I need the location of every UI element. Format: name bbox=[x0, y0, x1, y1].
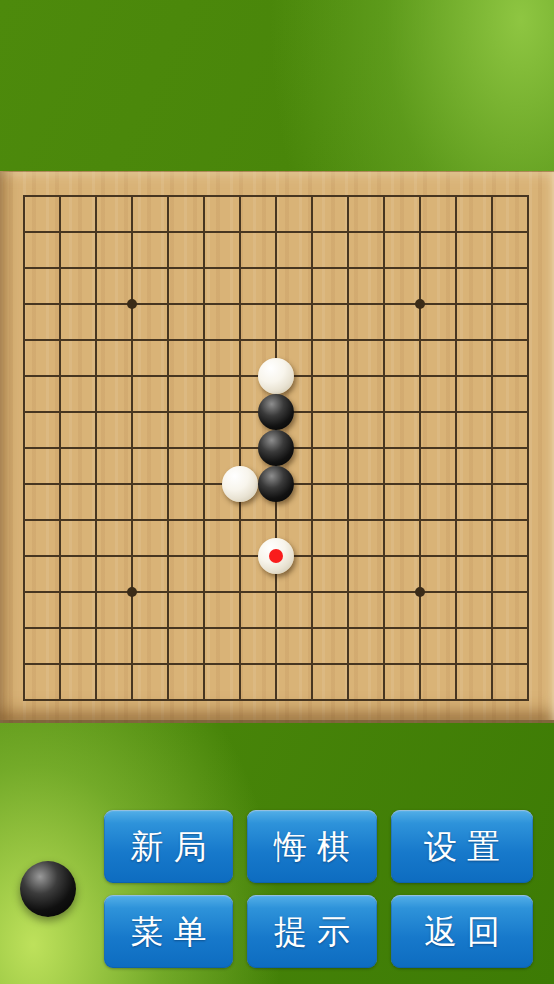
board-cell[interactable] bbox=[114, 430, 150, 466]
board-cell[interactable] bbox=[402, 178, 438, 214]
board-cell[interactable] bbox=[150, 358, 186, 394]
undo-button[interactable]: 悔棋 bbox=[247, 810, 377, 883]
board-cell[interactable] bbox=[438, 682, 474, 718]
board-cell[interactable] bbox=[258, 466, 294, 502]
board-cell[interactable] bbox=[6, 250, 42, 286]
board-cell[interactable] bbox=[186, 574, 222, 610]
board-cell[interactable] bbox=[6, 502, 42, 538]
board-cell[interactable] bbox=[42, 214, 78, 250]
hint-button[interactable]: 提示 bbox=[247, 895, 377, 968]
board-cell[interactable] bbox=[330, 178, 366, 214]
board-cell[interactable] bbox=[366, 502, 402, 538]
board-cell[interactable] bbox=[294, 358, 330, 394]
board-cell[interactable] bbox=[402, 358, 438, 394]
board-cell[interactable] bbox=[150, 394, 186, 430]
board-cell[interactable] bbox=[402, 610, 438, 646]
board-cell[interactable] bbox=[330, 538, 366, 574]
board-cell[interactable] bbox=[474, 358, 510, 394]
board-cell[interactable] bbox=[258, 610, 294, 646]
board-cell[interactable] bbox=[474, 502, 510, 538]
board-cell[interactable] bbox=[366, 646, 402, 682]
board-cell[interactable] bbox=[330, 502, 366, 538]
board-cell[interactable] bbox=[42, 358, 78, 394]
board-cell[interactable] bbox=[294, 250, 330, 286]
board-cell[interactable] bbox=[222, 466, 258, 502]
board-cell[interactable] bbox=[438, 286, 474, 322]
board-cell[interactable] bbox=[510, 178, 546, 214]
board-cell[interactable] bbox=[438, 394, 474, 430]
board-cell[interactable] bbox=[330, 682, 366, 718]
board-cell[interactable] bbox=[150, 430, 186, 466]
board-cell[interactable] bbox=[402, 430, 438, 466]
board-cell[interactable] bbox=[438, 574, 474, 610]
board-cell[interactable] bbox=[294, 430, 330, 466]
board-cell[interactable] bbox=[474, 466, 510, 502]
back-button[interactable]: 返回 bbox=[391, 895, 533, 968]
board-cell[interactable] bbox=[222, 394, 258, 430]
board-cell[interactable] bbox=[78, 682, 114, 718]
board-cell[interactable] bbox=[402, 466, 438, 502]
board-cell[interactable] bbox=[366, 322, 402, 358]
board-cell[interactable] bbox=[42, 322, 78, 358]
white-stone bbox=[258, 538, 294, 574]
board-cell[interactable] bbox=[42, 646, 78, 682]
board-cell[interactable] bbox=[438, 610, 474, 646]
board-cell[interactable] bbox=[438, 646, 474, 682]
board-cell[interactable] bbox=[474, 250, 510, 286]
board-cell[interactable] bbox=[150, 466, 186, 502]
board-cell[interactable] bbox=[258, 538, 294, 574]
board-cell[interactable] bbox=[474, 322, 510, 358]
board-cell[interactable] bbox=[366, 358, 402, 394]
board-cell[interactable] bbox=[222, 610, 258, 646]
board-cell[interactable] bbox=[510, 322, 546, 358]
board-cell[interactable] bbox=[330, 466, 366, 502]
board-cell[interactable] bbox=[78, 250, 114, 286]
board-cell[interactable] bbox=[402, 646, 438, 682]
board-cell[interactable] bbox=[114, 286, 150, 322]
board-cell[interactable] bbox=[78, 358, 114, 394]
board-cell[interactable] bbox=[258, 322, 294, 358]
board-cell[interactable] bbox=[186, 178, 222, 214]
board-cell[interactable] bbox=[402, 250, 438, 286]
board-cell[interactable] bbox=[330, 646, 366, 682]
board-cell[interactable] bbox=[222, 250, 258, 286]
board-cell[interactable] bbox=[150, 178, 186, 214]
board-cell[interactable] bbox=[78, 538, 114, 574]
board-cell[interactable] bbox=[510, 574, 546, 610]
board-cell[interactable] bbox=[186, 214, 222, 250]
board-cell[interactable] bbox=[294, 646, 330, 682]
board-cell[interactable] bbox=[222, 430, 258, 466]
board-cell[interactable] bbox=[78, 286, 114, 322]
board-cell[interactable] bbox=[150, 538, 186, 574]
board-grid[interactable] bbox=[6, 178, 546, 718]
board-cell[interactable] bbox=[42, 286, 78, 322]
board-cell[interactable] bbox=[42, 682, 78, 718]
board-cell[interactable] bbox=[366, 538, 402, 574]
board-cell[interactable] bbox=[78, 214, 114, 250]
board-cell[interactable] bbox=[42, 466, 78, 502]
board-cell[interactable] bbox=[366, 214, 402, 250]
board-cell[interactable] bbox=[186, 394, 222, 430]
board-cell[interactable] bbox=[222, 538, 258, 574]
board-cell[interactable] bbox=[186, 250, 222, 286]
board-cell[interactable] bbox=[114, 466, 150, 502]
settings-button[interactable]: 设置 bbox=[391, 810, 533, 883]
board-cell[interactable] bbox=[6, 430, 42, 466]
board-cell[interactable] bbox=[78, 502, 114, 538]
board-cell[interactable] bbox=[366, 286, 402, 322]
board-cell[interactable] bbox=[6, 646, 42, 682]
board-cell[interactable] bbox=[186, 466, 222, 502]
board-cell[interactable] bbox=[438, 250, 474, 286]
board-cell[interactable] bbox=[258, 286, 294, 322]
board-cell[interactable] bbox=[294, 466, 330, 502]
board-cell[interactable] bbox=[114, 394, 150, 430]
board-cell[interactable] bbox=[78, 574, 114, 610]
black-stone bbox=[258, 394, 294, 430]
board-cell[interactable] bbox=[78, 178, 114, 214]
board-cell[interactable] bbox=[294, 322, 330, 358]
board-cell[interactable] bbox=[78, 394, 114, 430]
board-cell[interactable] bbox=[114, 574, 150, 610]
board-cell[interactable] bbox=[114, 646, 150, 682]
board-cell[interactable] bbox=[6, 610, 42, 646]
board-cell[interactable] bbox=[438, 214, 474, 250]
board-cell[interactable] bbox=[258, 502, 294, 538]
board-cell[interactable] bbox=[474, 538, 510, 574]
board-cell[interactable] bbox=[474, 430, 510, 466]
board-cell[interactable] bbox=[42, 574, 78, 610]
black-stone bbox=[258, 466, 294, 502]
board-cell[interactable] bbox=[510, 466, 546, 502]
board-cell[interactable] bbox=[222, 178, 258, 214]
board-cell[interactable] bbox=[186, 646, 222, 682]
board-cell[interactable] bbox=[402, 538, 438, 574]
menu-button[interactable]: 菜单 bbox=[104, 895, 233, 968]
board-cell[interactable] bbox=[114, 610, 150, 646]
board-cell[interactable] bbox=[6, 466, 42, 502]
board-cell[interactable] bbox=[114, 358, 150, 394]
board-cell[interactable] bbox=[510, 610, 546, 646]
board-cell[interactable] bbox=[438, 430, 474, 466]
board-cell[interactable] bbox=[114, 250, 150, 286]
board-cell[interactable] bbox=[258, 646, 294, 682]
board-cell[interactable] bbox=[510, 214, 546, 250]
board-cell[interactable] bbox=[78, 646, 114, 682]
board-cell[interactable] bbox=[150, 646, 186, 682]
board-cell[interactable] bbox=[186, 286, 222, 322]
board-cell[interactable] bbox=[6, 682, 42, 718]
board-cell[interactable] bbox=[330, 214, 366, 250]
board-cell[interactable] bbox=[150, 214, 186, 250]
board-cell[interactable] bbox=[510, 430, 546, 466]
board-cell[interactable] bbox=[294, 610, 330, 646]
board-cell[interactable] bbox=[294, 682, 330, 718]
board-cell[interactable] bbox=[114, 682, 150, 718]
board-cell[interactable] bbox=[474, 646, 510, 682]
board-cell[interactable] bbox=[474, 682, 510, 718]
board-cell[interactable] bbox=[78, 430, 114, 466]
board-cell[interactable] bbox=[6, 358, 42, 394]
board-cell[interactable] bbox=[402, 286, 438, 322]
board-cell[interactable] bbox=[78, 322, 114, 358]
board-cell[interactable] bbox=[222, 574, 258, 610]
button-panel: 新局 悔棋 设置 菜单 提示 返回 bbox=[104, 810, 533, 968]
board-cell[interactable] bbox=[222, 502, 258, 538]
board-cell[interactable] bbox=[222, 646, 258, 682]
board-cell[interactable] bbox=[258, 682, 294, 718]
board-cell[interactable] bbox=[474, 394, 510, 430]
board-cell[interactable] bbox=[510, 646, 546, 682]
new-game-button[interactable]: 新局 bbox=[104, 810, 233, 883]
board-cell[interactable] bbox=[186, 358, 222, 394]
board-cell[interactable] bbox=[78, 610, 114, 646]
board-cell[interactable] bbox=[42, 538, 78, 574]
board-cell[interactable] bbox=[42, 394, 78, 430]
board-cell[interactable] bbox=[294, 574, 330, 610]
star-point bbox=[415, 587, 425, 597]
board-cell[interactable] bbox=[258, 430, 294, 466]
board-cell[interactable] bbox=[330, 430, 366, 466]
board-cell[interactable] bbox=[366, 394, 402, 430]
last-move-marker bbox=[269, 549, 283, 563]
board-cell[interactable] bbox=[6, 322, 42, 358]
board-cell[interactable] bbox=[294, 286, 330, 322]
board-cell[interactable] bbox=[114, 214, 150, 250]
board-cell[interactable] bbox=[294, 502, 330, 538]
board-cell[interactable] bbox=[186, 610, 222, 646]
board-cell[interactable] bbox=[330, 322, 366, 358]
board-cell[interactable] bbox=[294, 178, 330, 214]
board-cell[interactable] bbox=[510, 358, 546, 394]
board-cell[interactable] bbox=[6, 214, 42, 250]
board-cell[interactable] bbox=[186, 322, 222, 358]
board-cell[interactable] bbox=[42, 430, 78, 466]
white-stone bbox=[258, 358, 294, 394]
app-background: { "game": "gomoku", "board": { "size": 1… bbox=[0, 0, 554, 984]
board-cell[interactable] bbox=[114, 322, 150, 358]
board-cell[interactable] bbox=[222, 358, 258, 394]
white-stone bbox=[222, 466, 258, 502]
board-cell[interactable] bbox=[330, 610, 366, 646]
board-cell[interactable] bbox=[150, 502, 186, 538]
board-cell[interactable] bbox=[366, 178, 402, 214]
board-cell[interactable] bbox=[474, 214, 510, 250]
board-cell[interactable] bbox=[150, 574, 186, 610]
board-cell[interactable] bbox=[474, 178, 510, 214]
board-cell[interactable] bbox=[330, 394, 366, 430]
board-cell[interactable] bbox=[222, 322, 258, 358]
board-cell[interactable] bbox=[6, 286, 42, 322]
gomoku-board[interactable] bbox=[0, 171, 554, 723]
board-cell[interactable] bbox=[294, 214, 330, 250]
board-cell[interactable] bbox=[150, 610, 186, 646]
board-cell[interactable] bbox=[150, 250, 186, 286]
board-cell[interactable] bbox=[114, 178, 150, 214]
board-cell[interactable] bbox=[366, 430, 402, 466]
board-cell[interactable] bbox=[258, 574, 294, 610]
board-cell[interactable] bbox=[366, 574, 402, 610]
star-point bbox=[415, 299, 425, 309]
board-cell[interactable] bbox=[330, 358, 366, 394]
board-cell[interactable] bbox=[78, 466, 114, 502]
board-cell[interactable] bbox=[294, 538, 330, 574]
board-cell[interactable] bbox=[222, 682, 258, 718]
board-cell[interactable] bbox=[510, 502, 546, 538]
board-cell[interactable] bbox=[474, 286, 510, 322]
board-cell[interactable] bbox=[366, 466, 402, 502]
board-cell[interactable] bbox=[366, 682, 402, 718]
board-cell[interactable] bbox=[42, 502, 78, 538]
board-cell[interactable] bbox=[186, 538, 222, 574]
board-cell[interactable] bbox=[330, 574, 366, 610]
board-cell[interactable] bbox=[258, 214, 294, 250]
board-cell[interactable] bbox=[510, 682, 546, 718]
board-cell[interactable] bbox=[438, 466, 474, 502]
board-cell[interactable] bbox=[510, 250, 546, 286]
board-cell[interactable] bbox=[330, 250, 366, 286]
board-cell[interactable] bbox=[366, 250, 402, 286]
board-cell[interactable] bbox=[186, 502, 222, 538]
board-cell[interactable] bbox=[222, 286, 258, 322]
board-cell[interactable] bbox=[402, 502, 438, 538]
board-cell[interactable] bbox=[402, 214, 438, 250]
board-cell[interactable] bbox=[42, 610, 78, 646]
board-cell[interactable] bbox=[438, 538, 474, 574]
board-cell[interactable] bbox=[510, 286, 546, 322]
board-cell[interactable] bbox=[6, 574, 42, 610]
board-cell[interactable] bbox=[510, 394, 546, 430]
board-cell[interactable] bbox=[6, 178, 42, 214]
board-cell[interactable] bbox=[294, 394, 330, 430]
board-cell[interactable] bbox=[6, 538, 42, 574]
board-cell[interactable] bbox=[366, 610, 402, 646]
board-cell[interactable] bbox=[114, 538, 150, 574]
board-cell[interactable] bbox=[258, 250, 294, 286]
star-point bbox=[127, 587, 137, 597]
board-cell[interactable] bbox=[186, 430, 222, 466]
board-cell[interactable] bbox=[186, 682, 222, 718]
board-cell[interactable] bbox=[438, 178, 474, 214]
board-cell[interactable] bbox=[150, 286, 186, 322]
board-cell[interactable] bbox=[438, 322, 474, 358]
board-cell[interactable] bbox=[222, 214, 258, 250]
board-cell[interactable] bbox=[6, 394, 42, 430]
board-cell[interactable] bbox=[438, 502, 474, 538]
board-cell[interactable] bbox=[258, 358, 294, 394]
board-cell[interactable] bbox=[42, 178, 78, 214]
board-cell[interactable] bbox=[510, 538, 546, 574]
board-cell[interactable] bbox=[474, 610, 510, 646]
board-cell[interactable] bbox=[258, 394, 294, 430]
board-cell[interactable] bbox=[402, 322, 438, 358]
board-cell[interactable] bbox=[258, 178, 294, 214]
board-cell[interactable] bbox=[402, 574, 438, 610]
board-cell[interactable] bbox=[114, 502, 150, 538]
board-cell[interactable] bbox=[42, 250, 78, 286]
turn-indicator-black-stone bbox=[20, 861, 76, 917]
board-cell[interactable] bbox=[402, 394, 438, 430]
black-stone bbox=[258, 430, 294, 466]
board-cell[interactable] bbox=[474, 574, 510, 610]
board-cell[interactable] bbox=[438, 358, 474, 394]
star-point bbox=[127, 299, 137, 309]
board-cell[interactable] bbox=[150, 322, 186, 358]
board-cell[interactable] bbox=[330, 286, 366, 322]
board-cell[interactable] bbox=[402, 682, 438, 718]
board-cell[interactable] bbox=[150, 682, 186, 718]
